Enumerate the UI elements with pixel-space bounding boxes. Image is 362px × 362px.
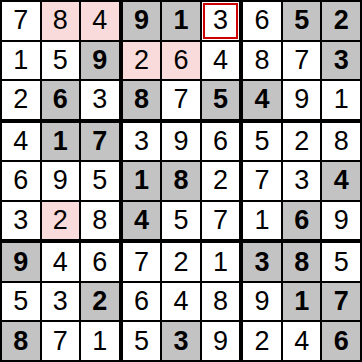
cell-r4c1[interactable]: 4 — [2, 123, 40, 161]
cell-r9c7[interactable]: 2 — [243, 322, 281, 360]
cell-r7c6[interactable]: 1 — [202, 243, 240, 281]
cell-r7c3[interactable]: 6 — [81, 243, 119, 281]
cell-r2c4[interactable]: 2 — [123, 42, 161, 80]
cell-r6c8[interactable]: 6 — [283, 202, 321, 240]
cell-r4c9[interactable]: 8 — [322, 123, 360, 161]
box-2: 913264875 — [123, 2, 240, 119]
sudoku-board: 7841592639132648756528734914176953283961… — [0, 0, 362, 362]
cell-r8c9[interactable]: 7 — [322, 283, 360, 321]
cell-r4c6[interactable]: 6 — [202, 123, 240, 161]
cell-r1c6[interactable]: 3 — [202, 2, 240, 40]
cell-r2c3[interactable]: 9 — [81, 42, 119, 80]
cell-r3c2[interactable]: 6 — [42, 81, 80, 119]
cell-r3c8[interactable]: 9 — [283, 81, 321, 119]
cell-r9c1[interactable]: 8 — [2, 322, 40, 360]
cell-r5c7[interactable]: 7 — [243, 162, 281, 200]
cell-r1c2[interactable]: 8 — [42, 2, 80, 40]
cell-r9c8[interactable]: 4 — [283, 322, 321, 360]
cell-r3c1[interactable]: 2 — [2, 81, 40, 119]
cell-r6c1[interactable]: 3 — [2, 202, 40, 240]
cell-r2c6[interactable]: 4 — [202, 42, 240, 80]
cell-r2c2[interactable]: 5 — [42, 42, 80, 80]
cell-r3c3[interactable]: 3 — [81, 81, 119, 119]
cell-r9c6[interactable]: 9 — [202, 322, 240, 360]
cell-r4c2[interactable]: 1 — [42, 123, 80, 161]
cell-r3c9[interactable]: 1 — [322, 81, 360, 119]
cell-r4c3[interactable]: 7 — [81, 123, 119, 161]
box-9: 385917246 — [243, 243, 360, 360]
cell-r9c5[interactable]: 3 — [162, 322, 200, 360]
cell-r6c5[interactable]: 5 — [162, 202, 200, 240]
cell-r6c3[interactable]: 8 — [81, 202, 119, 240]
box-1: 784159263 — [2, 2, 119, 119]
cell-r6c6[interactable]: 7 — [202, 202, 240, 240]
cell-r4c7[interactable]: 5 — [243, 123, 281, 161]
cell-r8c4[interactable]: 6 — [123, 283, 161, 321]
cell-r1c4[interactable]: 9 — [123, 2, 161, 40]
cell-r2c8[interactable]: 7 — [283, 42, 321, 80]
box-6: 528734169 — [243, 123, 360, 240]
cell-r5c2[interactable]: 9 — [42, 162, 80, 200]
box-5: 396182457 — [123, 123, 240, 240]
cell-r7c9[interactable]: 5 — [322, 243, 360, 281]
cell-r2c1[interactable]: 1 — [2, 42, 40, 80]
cell-r1c7[interactable]: 6 — [243, 2, 281, 40]
cell-r9c4[interactable]: 5 — [123, 322, 161, 360]
cell-r2c9[interactable]: 3 — [322, 42, 360, 80]
cell-r5c4[interactable]: 1 — [123, 162, 161, 200]
box-3: 652873491 — [243, 2, 360, 119]
cell-r8c3[interactable]: 2 — [81, 283, 119, 321]
cell-r5c6[interactable]: 2 — [202, 162, 240, 200]
cell-r7c8[interactable]: 8 — [283, 243, 321, 281]
cell-r6c4[interactable]: 4 — [123, 202, 161, 240]
cell-r7c2[interactable]: 4 — [42, 243, 80, 281]
cell-r8c6[interactable]: 8 — [202, 283, 240, 321]
cell-r6c7[interactable]: 1 — [243, 202, 281, 240]
cell-r7c7[interactable]: 3 — [243, 243, 281, 281]
cell-r4c8[interactable]: 2 — [283, 123, 321, 161]
cell-r6c2[interactable]: 2 — [42, 202, 80, 240]
cell-r3c6[interactable]: 5 — [202, 81, 240, 119]
cell-r1c9[interactable]: 2 — [322, 2, 360, 40]
cell-r8c2[interactable]: 3 — [42, 283, 80, 321]
cell-r7c5[interactable]: 2 — [162, 243, 200, 281]
cell-r7c4[interactable]: 7 — [123, 243, 161, 281]
cell-r9c2[interactable]: 7 — [42, 322, 80, 360]
cell-r3c7[interactable]: 4 — [243, 81, 281, 119]
cell-r5c5[interactable]: 8 — [162, 162, 200, 200]
cell-r9c9[interactable]: 6 — [322, 322, 360, 360]
cell-r2c7[interactable]: 8 — [243, 42, 281, 80]
cell-r2c5[interactable]: 6 — [162, 42, 200, 80]
cell-r4c4[interactable]: 3 — [123, 123, 161, 161]
cell-r1c1[interactable]: 7 — [2, 2, 40, 40]
cell-r1c3[interactable]: 4 — [81, 2, 119, 40]
cell-r8c8[interactable]: 1 — [283, 283, 321, 321]
cell-r5c9[interactable]: 4 — [322, 162, 360, 200]
cell-r1c8[interactable]: 5 — [283, 2, 321, 40]
cell-r7c1[interactable]: 9 — [2, 243, 40, 281]
cell-r8c1[interactable]: 5 — [2, 283, 40, 321]
box-8: 721648539 — [123, 243, 240, 360]
cell-r1c5[interactable]: 1 — [162, 2, 200, 40]
cell-r5c8[interactable]: 3 — [283, 162, 321, 200]
cell-r8c5[interactable]: 4 — [162, 283, 200, 321]
box-4: 417695328 — [2, 123, 119, 240]
cell-r8c7[interactable]: 9 — [243, 283, 281, 321]
cell-r4c5[interactable]: 9 — [162, 123, 200, 161]
cell-r3c4[interactable]: 8 — [123, 81, 161, 119]
cell-r5c3[interactable]: 5 — [81, 162, 119, 200]
cell-r5c1[interactable]: 6 — [2, 162, 40, 200]
box-7: 946532871 — [2, 243, 119, 360]
cell-r9c3[interactable]: 1 — [81, 322, 119, 360]
cell-r3c5[interactable]: 7 — [162, 81, 200, 119]
cell-r6c9[interactable]: 9 — [322, 202, 360, 240]
